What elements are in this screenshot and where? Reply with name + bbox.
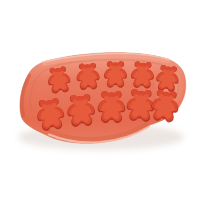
- mold-scene: [0, 0, 200, 200]
- product-photo: [0, 0, 200, 200]
